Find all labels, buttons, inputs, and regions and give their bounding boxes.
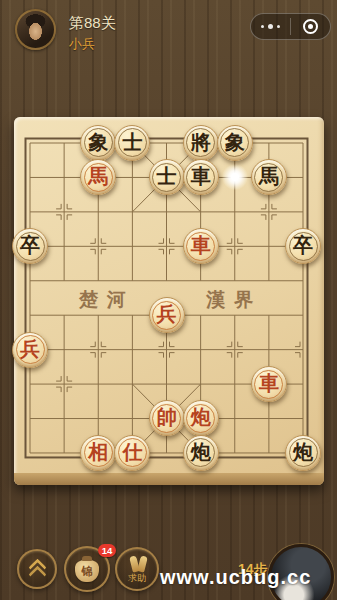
- piece-glyph: 卒: [293, 235, 313, 255]
- piece-glyph: 車: [191, 235, 211, 255]
- more-dots-icon: [268, 24, 274, 30]
- piece-glyph: 帥: [157, 407, 177, 427]
- piece-glyph: 車: [191, 166, 211, 186]
- hint-bag-icon: 锦: [75, 560, 99, 582]
- piece-black-advisor[interactable]: 士: [114, 125, 150, 161]
- app-screen: 第88关 小兵 楚河 漢界 象士將象馬士車馬卒車卒兵兵車帥炮相仕炮炮 锦 14 …: [0, 0, 337, 600]
- praying-hands-icon: [117, 555, 157, 573]
- last-move-highlight: [222, 164, 248, 190]
- hint-bag-button[interactable]: 锦 14: [64, 546, 110, 592]
- piece-glyph: 士: [122, 132, 142, 152]
- hint-count-badge: 14: [98, 544, 116, 557]
- menu-expand-button[interactable]: [17, 549, 57, 589]
- piece-glyph: 士: [157, 166, 177, 186]
- praying-hands-icon: [137, 555, 148, 572]
- exit-button[interactable]: [291, 14, 330, 39]
- piece-red-soldier[interactable]: 兵: [12, 332, 48, 368]
- more-dots-icon: [277, 25, 281, 29]
- piece-glyph: 車: [259, 373, 279, 393]
- piece-black-elephant[interactable]: 象: [217, 125, 253, 161]
- bag-character: 锦: [75, 564, 99, 579]
- piece-glyph: 象: [225, 132, 245, 152]
- piece-black-elephant[interactable]: 象: [80, 125, 116, 161]
- piece-black-chariot[interactable]: 車: [183, 159, 219, 195]
- piece-black-horse[interactable]: 馬: [251, 159, 287, 195]
- target-circle-icon: [303, 19, 318, 34]
- piece-red-chariot[interactable]: 車: [251, 366, 287, 402]
- piece-glyph: 象: [88, 132, 108, 152]
- ask-help-button[interactable]: 求助: [115, 547, 159, 591]
- piece-glyph: 炮: [191, 442, 211, 462]
- more-menu-button[interactable]: [251, 14, 290, 39]
- piece-red-advisor[interactable]: 仕: [114, 435, 150, 471]
- piece-glyph: 炮: [191, 407, 211, 427]
- piece-red-chariot[interactable]: 車: [183, 228, 219, 264]
- piece-black-cannon[interactable]: 炮: [183, 435, 219, 471]
- piece-glyph: 馬: [259, 166, 279, 186]
- piece-black-general[interactable]: 將: [183, 125, 219, 161]
- piece-red-horse[interactable]: 馬: [80, 159, 116, 195]
- level-label: 第88关: [69, 14, 116, 33]
- piece-black-cannon[interactable]: 炮: [285, 435, 321, 471]
- piece-red-general[interactable]: 帥: [149, 400, 185, 436]
- more-dots-icon: [261, 25, 265, 29]
- piece-red-soldier[interactable]: 兵: [149, 297, 185, 333]
- piece-glyph: 相: [88, 442, 108, 462]
- piece-glyph: 將: [191, 132, 211, 152]
- watermark: www.ucbug.cc: [160, 566, 311, 589]
- piece-black-soldier[interactable]: 卒: [285, 228, 321, 264]
- piece-glyph: 兵: [157, 304, 177, 324]
- piece-red-elephant[interactable]: 相: [80, 435, 116, 471]
- piece-glyph: 卒: [20, 235, 40, 255]
- help-label: 求助: [117, 572, 157, 585]
- player-avatar[interactable]: [15, 9, 56, 50]
- piece-glyph: 馬: [88, 166, 108, 186]
- piece-red-cannon[interactable]: 炮: [183, 400, 219, 436]
- piece-glyph: 炮: [293, 442, 313, 462]
- xiangqi-board[interactable]: 楚河 漢界 象士將象馬士車馬卒車卒兵兵車帥炮相仕炮炮: [14, 117, 324, 485]
- rank-label: 小兵: [69, 35, 95, 53]
- piece-glyph: 仕: [122, 442, 142, 462]
- piece-black-advisor[interactable]: 士: [149, 159, 185, 195]
- piece-glyph: 兵: [20, 339, 40, 359]
- pieces-layer: 象士將象馬士車馬卒車卒兵兵車帥炮相仕炮炮: [13, 126, 320, 470]
- piece-black-soldier[interactable]: 卒: [12, 228, 48, 264]
- wechat-capsule: [250, 13, 331, 40]
